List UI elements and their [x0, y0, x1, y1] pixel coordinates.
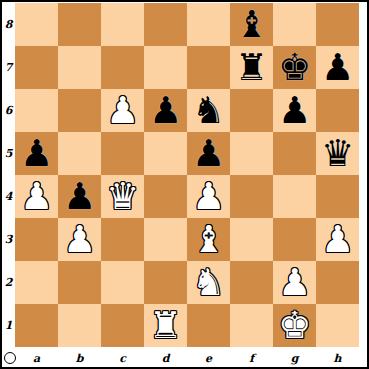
file-label-e: e — [187, 350, 230, 366]
square-d3[interactable] — [144, 218, 187, 261]
square-e8[interactable] — [187, 3, 230, 46]
rank-labels: 87654321 — [2, 3, 15, 347]
square-a7[interactable] — [15, 46, 58, 89]
file-label-h: h — [316, 350, 359, 366]
square-d1[interactable]: ♜ — [144, 304, 187, 347]
square-e6[interactable]: ♞ — [187, 89, 230, 132]
piece-white-rook-d1[interactable]: ♜ — [144, 304, 187, 347]
rank-label-1: 1 — [2, 304, 15, 347]
white-to-move-indicator — [4, 352, 16, 364]
square-a5[interactable]: ♟ — [15, 132, 58, 175]
piece-white-bishop-e3[interactable]: ♝ — [187, 218, 230, 261]
square-f8[interactable]: ♝ — [230, 3, 273, 46]
file-labels: abcdefgh — [15, 350, 359, 366]
square-c7[interactable] — [101, 46, 144, 89]
square-c6[interactable]: ♟ — [101, 89, 144, 132]
square-g7[interactable]: ♚ — [273, 46, 316, 89]
piece-white-queen-c4[interactable]: ♛ — [101, 175, 144, 218]
square-g3[interactable] — [273, 218, 316, 261]
square-b8[interactable] — [58, 3, 101, 46]
chess-board-window: 87654321 ♝♜♚♟♟♟♞♟♟♟♛♟♟♛♟♟♝♟♞♟♜♚ abcdefgh — [0, 0, 369, 369]
square-g1[interactable]: ♚ — [273, 304, 316, 347]
square-d4[interactable] — [144, 175, 187, 218]
square-h3[interactable]: ♟ — [316, 218, 359, 261]
square-h7[interactable]: ♟ — [316, 46, 359, 89]
square-c4[interactable]: ♛ — [101, 175, 144, 218]
square-g5[interactable] — [273, 132, 316, 175]
file-label-d: d — [144, 350, 187, 366]
piece-black-pawn-a5[interactable]: ♟ — [15, 132, 58, 175]
piece-white-pawn-b3[interactable]: ♟ — [58, 218, 101, 261]
square-e3[interactable]: ♝ — [187, 218, 230, 261]
square-h6[interactable] — [316, 89, 359, 132]
square-b5[interactable] — [58, 132, 101, 175]
square-g2[interactable]: ♟ — [273, 261, 316, 304]
piece-white-pawn-c6[interactable]: ♟ — [101, 89, 144, 132]
file-label-a: a — [15, 350, 58, 366]
rank-label-6: 6 — [2, 89, 15, 132]
piece-black-rook-f7[interactable]: ♜ — [230, 46, 273, 89]
file-label-g: g — [273, 350, 316, 366]
square-a6[interactable] — [15, 89, 58, 132]
piece-black-pawn-h7[interactable]: ♟ — [316, 46, 359, 89]
square-b7[interactable] — [58, 46, 101, 89]
rank-label-8: 8 — [2, 3, 15, 46]
square-g6[interactable]: ♟ — [273, 89, 316, 132]
square-a4[interactable]: ♟ — [15, 175, 58, 218]
square-f7[interactable]: ♜ — [230, 46, 273, 89]
square-e7[interactable] — [187, 46, 230, 89]
square-h8[interactable] — [316, 3, 359, 46]
rank-label-5: 5 — [2, 132, 15, 175]
piece-white-king-g1[interactable]: ♚ — [273, 304, 316, 347]
piece-black-pawn-b4[interactable]: ♟ — [58, 175, 101, 218]
square-f2[interactable] — [230, 261, 273, 304]
square-b6[interactable] — [58, 89, 101, 132]
square-f3[interactable] — [230, 218, 273, 261]
square-a2[interactable] — [15, 261, 58, 304]
piece-black-knight-e6[interactable]: ♞ — [187, 89, 230, 132]
square-e1[interactable] — [187, 304, 230, 347]
piece-white-pawn-h3[interactable]: ♟ — [316, 218, 359, 261]
square-c2[interactable] — [101, 261, 144, 304]
square-g8[interactable] — [273, 3, 316, 46]
piece-white-pawn-a4[interactable]: ♟ — [15, 175, 58, 218]
piece-white-pawn-g2[interactable]: ♟ — [273, 261, 316, 304]
piece-white-pawn-e4[interactable]: ♟ — [187, 175, 230, 218]
square-f4[interactable] — [230, 175, 273, 218]
rank-label-4: 4 — [2, 175, 15, 218]
square-h2[interactable] — [316, 261, 359, 304]
square-d2[interactable] — [144, 261, 187, 304]
chess-board[interactable]: ♝♜♚♟♟♟♞♟♟♟♛♟♟♛♟♟♝♟♞♟♜♚ — [15, 3, 359, 347]
square-a3[interactable] — [15, 218, 58, 261]
rank-label-2: 2 — [2, 261, 15, 304]
square-c5[interactable] — [101, 132, 144, 175]
square-b2[interactable] — [58, 261, 101, 304]
square-a8[interactable] — [15, 3, 58, 46]
square-d7[interactable] — [144, 46, 187, 89]
square-h5[interactable]: ♛ — [316, 132, 359, 175]
square-b4[interactable]: ♟ — [58, 175, 101, 218]
square-d8[interactable] — [144, 3, 187, 46]
piece-black-pawn-g6[interactable]: ♟ — [273, 89, 316, 132]
square-h4[interactable] — [316, 175, 359, 218]
square-b1[interactable] — [58, 304, 101, 347]
piece-white-knight-e2[interactable]: ♞ — [187, 261, 230, 304]
file-label-b: b — [58, 350, 101, 366]
piece-black-queen-h5[interactable]: ♛ — [316, 132, 359, 175]
square-b3[interactable]: ♟ — [58, 218, 101, 261]
piece-black-pawn-e5[interactable]: ♟ — [187, 132, 230, 175]
piece-black-king-g7[interactable]: ♚ — [273, 46, 316, 89]
square-d6[interactable]: ♟ — [144, 89, 187, 132]
square-c1[interactable] — [101, 304, 144, 347]
file-label-c: c — [101, 350, 144, 366]
square-e5[interactable]: ♟ — [187, 132, 230, 175]
rank-label-7: 7 — [2, 46, 15, 89]
square-h1[interactable] — [316, 304, 359, 347]
square-f6[interactable] — [230, 89, 273, 132]
square-e2[interactable]: ♞ — [187, 261, 230, 304]
square-g4[interactable] — [273, 175, 316, 218]
square-e4[interactable]: ♟ — [187, 175, 230, 218]
square-a1[interactable] — [15, 304, 58, 347]
piece-black-bishop-f8[interactable]: ♝ — [230, 3, 273, 46]
square-c8[interactable] — [101, 3, 144, 46]
square-d5[interactable] — [144, 132, 187, 175]
piece-black-pawn-d6[interactable]: ♟ — [144, 89, 187, 132]
square-f1[interactable] — [230, 304, 273, 347]
file-label-f: f — [230, 350, 273, 366]
square-f5[interactable] — [230, 132, 273, 175]
square-c3[interactable] — [101, 218, 144, 261]
rank-label-3: 3 — [2, 218, 15, 261]
